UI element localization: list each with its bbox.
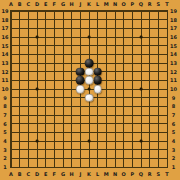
row-label-right: 16 — [170, 35, 177, 40]
black-stone — [93, 67, 102, 76]
black-stone — [85, 59, 94, 68]
grid-line-horizontal — [11, 167, 168, 168]
row-label-left: 10 — [2, 87, 9, 92]
grid-line-vertical — [106, 11, 107, 168]
row-label-left: 14 — [2, 52, 9, 57]
row-label-left: 11 — [2, 78, 9, 83]
row-label-right: 8 — [172, 104, 175, 109]
column-label-top: N — [113, 2, 117, 7]
row-label-left: 18 — [2, 17, 9, 22]
column-label-top: T — [165, 2, 168, 7]
row-label-right: 13 — [170, 61, 177, 66]
star-point — [88, 36, 91, 39]
row-label-left: 12 — [2, 69, 9, 74]
column-label-bottom: S — [157, 172, 161, 177]
column-label-top: L — [96, 2, 99, 7]
row-label-left: 9 — [3, 95, 6, 100]
row-label-left: 5 — [3, 130, 6, 135]
grid-line-horizontal — [11, 123, 168, 124]
star-point — [36, 88, 39, 91]
white-stone — [76, 85, 85, 94]
column-label-top: G — [61, 2, 65, 7]
grid-line-vertical — [167, 11, 168, 168]
column-label-bottom: R — [148, 172, 152, 177]
grid-line-horizontal — [11, 132, 168, 133]
row-label-right: 10 — [170, 87, 177, 92]
row-label-left: 2 — [3, 156, 6, 161]
row-label-left: 8 — [3, 104, 6, 109]
white-stone — [85, 76, 94, 85]
row-label-right: 1 — [172, 165, 175, 170]
row-label-right: 18 — [170, 17, 177, 22]
row-label-left: 16 — [2, 35, 9, 40]
row-label-right: 14 — [170, 52, 177, 57]
column-label-bottom: N — [113, 172, 117, 177]
row-label-right: 4 — [172, 139, 175, 144]
grid-line-vertical — [149, 11, 150, 168]
row-label-right: 6 — [172, 121, 175, 126]
white-stone — [85, 93, 94, 102]
row-label-right: 11 — [170, 78, 177, 83]
column-label-top: D — [35, 2, 39, 7]
star-point — [88, 88, 91, 91]
column-label-bottom: H — [70, 172, 74, 177]
column-label-top: O — [122, 2, 126, 7]
column-label-top: Q — [139, 2, 143, 7]
column-label-top: E — [44, 2, 47, 7]
column-label-top: R — [148, 2, 152, 7]
black-stone — [76, 67, 85, 76]
row-label-right: 15 — [170, 43, 177, 48]
column-label-top: J — [79, 2, 81, 7]
grid-line-horizontal — [11, 149, 168, 150]
grid-line-horizontal — [11, 158, 168, 159]
grid-line-horizontal — [11, 115, 168, 116]
column-label-bottom: Q — [139, 172, 143, 177]
row-label-right: 9 — [172, 95, 175, 100]
black-stone — [76, 76, 85, 85]
star-point — [36, 140, 39, 143]
column-label-bottom: B — [18, 172, 22, 177]
column-label-top: C — [26, 2, 30, 7]
row-label-right: 7 — [172, 113, 175, 118]
column-label-top: B — [18, 2, 22, 7]
row-label-left: 7 — [3, 113, 6, 118]
white-stone — [85, 67, 94, 76]
row-label-right: 3 — [172, 147, 175, 152]
column-label-top: H — [70, 2, 74, 7]
row-label-left: 13 — [2, 61, 9, 66]
row-label-left: 19 — [2, 9, 9, 14]
go-board[interactable]: AABBCCDDEEFFGGHHJJKKLLMMNNOOPPQQRRSSTT19… — [0, 0, 180, 180]
column-label-bottom: M — [104, 172, 109, 177]
grid-line-horizontal — [11, 106, 168, 107]
white-stone — [93, 85, 102, 94]
column-label-bottom: P — [130, 172, 134, 177]
row-label-right: 5 — [172, 130, 175, 135]
star-point — [140, 140, 143, 143]
star-point — [36, 36, 39, 39]
column-label-bottom: T — [165, 172, 168, 177]
column-label-bottom: J — [79, 172, 81, 177]
column-label-bottom: C — [26, 172, 30, 177]
grid-line-vertical — [115, 11, 116, 168]
row-label-left: 4 — [3, 139, 6, 144]
column-label-top: K — [87, 2, 91, 7]
row-label-left: 15 — [2, 43, 9, 48]
row-label-right: 17 — [170, 26, 177, 31]
column-label-bottom: K — [87, 172, 91, 177]
row-label-right: 19 — [170, 9, 177, 14]
column-label-top: P — [130, 2, 134, 7]
column-label-bottom: A — [9, 172, 13, 177]
column-label-bottom: L — [96, 172, 99, 177]
column-label-bottom: E — [44, 172, 47, 177]
column-label-bottom: F — [53, 172, 56, 177]
column-label-bottom: D — [35, 172, 39, 177]
black-stone — [93, 76, 102, 85]
column-label-top: S — [157, 2, 161, 7]
row-label-left: 17 — [2, 26, 9, 31]
row-label-left: 6 — [3, 121, 6, 126]
star-point — [140, 88, 143, 91]
row-label-left: 1 — [3, 165, 6, 170]
star-point — [88, 140, 91, 143]
column-label-top: A — [9, 2, 13, 7]
column-label-bottom: G — [61, 172, 65, 177]
row-label-left: 3 — [3, 147, 6, 152]
row-label-right: 2 — [172, 156, 175, 161]
row-label-right: 12 — [170, 69, 177, 74]
grid-line-vertical — [158, 11, 159, 168]
grid-line-vertical — [132, 11, 133, 168]
column-label-top: F — [53, 2, 56, 7]
star-point — [140, 36, 143, 39]
grid-line-vertical — [123, 11, 124, 168]
column-label-top: M — [104, 2, 109, 7]
column-label-bottom: O — [122, 172, 126, 177]
